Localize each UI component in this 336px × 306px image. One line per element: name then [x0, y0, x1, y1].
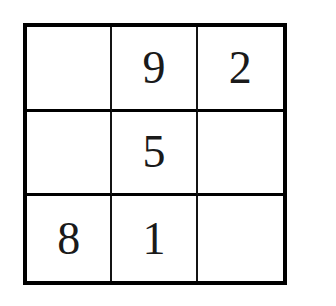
cell-r2c2[interactable]: [198, 196, 283, 281]
cell-r0c2: 2: [198, 27, 283, 112]
cell-r0c0[interactable]: [27, 27, 112, 112]
cell-r1c0[interactable]: [27, 112, 112, 197]
magic-square-board: 9 2 5 8 1: [23, 23, 287, 285]
cell-r2c1: 1: [112, 196, 197, 281]
cell-r1c2[interactable]: [198, 112, 283, 197]
cell-r0c1: 9: [112, 27, 197, 112]
cell-r2c0: 8: [27, 196, 112, 281]
cell-r1c1: 5: [112, 112, 197, 197]
